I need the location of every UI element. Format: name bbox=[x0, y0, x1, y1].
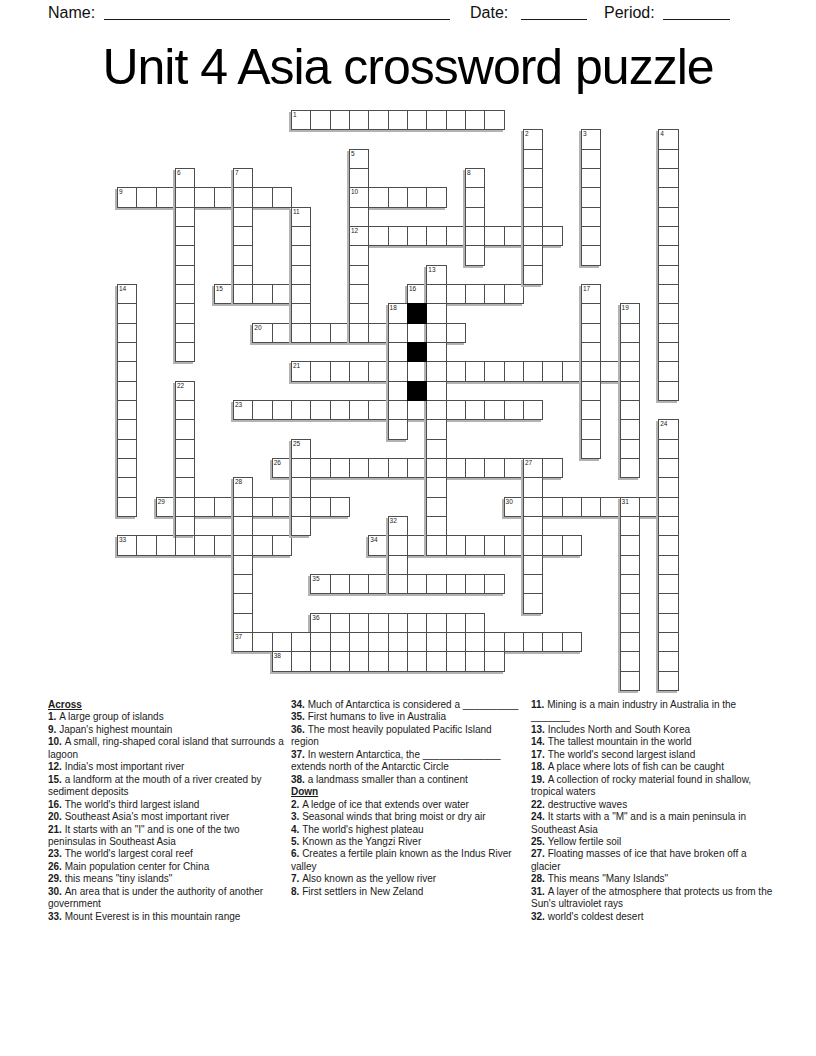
clue-2: 2. A ledge of ice that extends over wate… bbox=[291, 799, 519, 811]
grid-line bbox=[523, 535, 524, 555]
grid-line bbox=[291, 477, 311, 478]
clue-38: 38. a landmass smaller than a continent bbox=[291, 774, 519, 786]
grid-line bbox=[117, 323, 137, 324]
grid-line bbox=[368, 458, 369, 478]
grid-line bbox=[562, 361, 563, 381]
grid-line bbox=[600, 497, 601, 517]
grid-line bbox=[330, 651, 331, 671]
grid-line bbox=[407, 187, 408, 207]
grid-line bbox=[194, 535, 195, 555]
grid-line bbox=[484, 284, 485, 304]
grid-line bbox=[484, 651, 485, 671]
grid-line bbox=[117, 361, 137, 362]
grid-line bbox=[368, 361, 369, 381]
grid-line bbox=[523, 516, 543, 517]
grid-line bbox=[658, 168, 678, 169]
grid-line bbox=[658, 381, 678, 382]
grid-line bbox=[426, 516, 446, 517]
grid-line bbox=[523, 593, 543, 594]
grid-line bbox=[523, 574, 543, 575]
grid-line bbox=[330, 400, 331, 420]
grid-line bbox=[349, 226, 369, 227]
grid-line bbox=[426, 400, 446, 401]
grid-line bbox=[233, 535, 234, 555]
grid-line bbox=[523, 497, 543, 498]
grid-line bbox=[426, 400, 427, 420]
grid-line bbox=[330, 323, 331, 343]
grid-line bbox=[620, 555, 640, 556]
grid-line bbox=[620, 439, 640, 440]
grid-line bbox=[349, 265, 369, 266]
grid-line bbox=[407, 458, 408, 478]
clue-32: 32. world's coldest desert bbox=[531, 911, 774, 923]
grid-line bbox=[446, 574, 447, 594]
grid-line bbox=[523, 497, 524, 517]
grid-line bbox=[349, 651, 350, 671]
grid-line bbox=[620, 419, 640, 420]
grid-line bbox=[484, 400, 485, 420]
grid-line bbox=[349, 323, 350, 343]
grid-line bbox=[542, 497, 543, 517]
grid-line bbox=[388, 535, 389, 555]
grid-line bbox=[310, 497, 311, 517]
grid-line bbox=[117, 458, 137, 459]
black-cell bbox=[407, 381, 427, 401]
grid-line bbox=[658, 361, 678, 362]
grid-line bbox=[175, 323, 195, 324]
grid-line bbox=[658, 535, 678, 536]
grid-line bbox=[523, 265, 543, 266]
clue-21: 21. It starts with an "I" and is one of … bbox=[48, 824, 285, 849]
grid-line bbox=[388, 632, 389, 652]
clue-14: 14. The tallest mountain in the world bbox=[531, 736, 774, 748]
clue-13: 13. Includes North and South Korea bbox=[531, 724, 774, 736]
grid-line bbox=[388, 535, 408, 536]
grid-line bbox=[542, 361, 543, 381]
grid-line bbox=[562, 535, 563, 555]
grid-line bbox=[291, 303, 311, 304]
down-header: Down bbox=[291, 786, 519, 798]
grid-line bbox=[523, 632, 524, 652]
grid-line bbox=[446, 632, 447, 652]
grid-line bbox=[620, 651, 640, 652]
grid-line bbox=[504, 361, 505, 381]
grid-line bbox=[407, 323, 408, 343]
grid-line bbox=[658, 555, 678, 556]
grid-line bbox=[272, 284, 273, 304]
grid-line bbox=[252, 535, 253, 555]
grid-line bbox=[620, 342, 640, 343]
clue-8: 8. First settlers in New Zeland bbox=[291, 886, 519, 898]
grid-line bbox=[620, 458, 640, 459]
grid-line bbox=[291, 632, 292, 652]
grid-line bbox=[330, 632, 331, 652]
grid-line bbox=[117, 381, 137, 382]
grid-line bbox=[465, 226, 485, 227]
grid-line bbox=[639, 497, 640, 517]
grid-line bbox=[252, 400, 253, 420]
grid-line bbox=[291, 458, 311, 459]
clue-1: 1. A large group of islands bbox=[48, 711, 285, 723]
grid-line bbox=[117, 400, 137, 401]
grid-line bbox=[388, 400, 408, 401]
grid-line bbox=[523, 245, 543, 246]
grid-line bbox=[349, 187, 369, 188]
black-cell bbox=[407, 303, 427, 323]
grid-line bbox=[233, 516, 253, 517]
grid-line bbox=[426, 187, 427, 207]
grid-line bbox=[175, 439, 195, 440]
grid-line bbox=[388, 226, 389, 246]
grid-line bbox=[233, 226, 253, 227]
grid-line bbox=[233, 207, 253, 208]
grid-line bbox=[214, 187, 215, 207]
grid-line bbox=[349, 632, 350, 652]
word-26-across[interactable] bbox=[272, 458, 563, 478]
clue-11: 11. Mining is a main industry in Austral… bbox=[531, 699, 774, 724]
grid-line bbox=[562, 497, 563, 517]
grid-line bbox=[446, 535, 447, 555]
grid-line bbox=[349, 361, 350, 381]
clue-12: 12. India's most important river bbox=[48, 761, 285, 773]
grid-line bbox=[272, 187, 273, 207]
grid-line bbox=[368, 651, 369, 671]
grid-line bbox=[233, 265, 253, 266]
grid-line bbox=[484, 458, 485, 478]
grid-line bbox=[658, 671, 678, 672]
grid-line bbox=[658, 613, 678, 614]
grid-line bbox=[175, 226, 195, 227]
grid-line bbox=[465, 651, 466, 671]
grid-line bbox=[658, 516, 678, 517]
grid-line bbox=[233, 574, 253, 575]
grid-line bbox=[426, 342, 446, 343]
grid-line bbox=[523, 149, 543, 150]
grid-line bbox=[175, 245, 195, 246]
grid-line bbox=[368, 400, 369, 420]
grid-line bbox=[349, 458, 350, 478]
grid-line bbox=[658, 323, 678, 324]
grid-line bbox=[117, 303, 137, 304]
grid-line bbox=[310, 458, 311, 478]
grid-line bbox=[156, 535, 157, 555]
grid-line bbox=[194, 187, 195, 207]
grid-line bbox=[542, 458, 543, 478]
grid-line bbox=[426, 284, 446, 285]
grid-line bbox=[175, 187, 195, 188]
grid-line bbox=[465, 187, 485, 188]
grid-line bbox=[368, 632, 369, 652]
grid-line bbox=[175, 516, 195, 517]
grid-line bbox=[581, 419, 601, 420]
grid-line bbox=[446, 613, 447, 633]
grid-line bbox=[658, 574, 678, 575]
clue-column-down: 11. Mining is a main industry in Austral… bbox=[531, 699, 774, 923]
grid-line bbox=[504, 226, 505, 246]
grid-line bbox=[465, 400, 466, 420]
grid-line bbox=[465, 632, 466, 652]
clue-3: 3. Seasonal winds that bring moist or dr… bbox=[291, 811, 519, 823]
clue-column-across: Across1. A large group of islands9. Japa… bbox=[48, 699, 285, 923]
grid-line bbox=[620, 497, 621, 517]
grid-line bbox=[175, 458, 195, 459]
grid-line bbox=[426, 381, 446, 382]
clue-5: 5. Known as the Yangzi River bbox=[291, 836, 519, 848]
grid-line bbox=[523, 361, 524, 381]
grid-line bbox=[542, 535, 543, 555]
grid-line bbox=[426, 284, 427, 304]
grid-line bbox=[175, 497, 176, 517]
clue-30: 30. An area that is under the authority … bbox=[48, 886, 285, 911]
grid-line bbox=[388, 110, 389, 130]
grid-line bbox=[233, 497, 253, 498]
grid-line bbox=[581, 187, 601, 188]
grid-line bbox=[349, 613, 350, 633]
grid-line bbox=[426, 361, 446, 362]
grid-line bbox=[658, 284, 678, 285]
grid-line bbox=[388, 574, 408, 575]
grid-line bbox=[523, 400, 524, 420]
grid-line bbox=[600, 361, 601, 381]
word-19-down[interactable] bbox=[620, 303, 640, 478]
grid-line bbox=[484, 535, 485, 555]
grid-line bbox=[388, 574, 389, 594]
grid-line bbox=[484, 632, 485, 652]
word-9-across[interactable] bbox=[117, 187, 292, 207]
grid-line bbox=[388, 342, 408, 343]
grid-line bbox=[194, 497, 195, 517]
grid-line bbox=[523, 458, 524, 478]
grid-line bbox=[542, 632, 543, 652]
grid-line bbox=[426, 632, 427, 652]
grid-line bbox=[581, 439, 601, 440]
clue-20: 20. Southeast Asia's most important rive… bbox=[48, 811, 285, 823]
grid-line bbox=[272, 323, 273, 343]
grid-line bbox=[658, 497, 678, 498]
word-8-down[interactable] bbox=[465, 168, 485, 266]
clue-column-middle: 34. Much of Antarctica is considered a _… bbox=[291, 699, 519, 898]
clue-16: 16. The world's third largest island bbox=[48, 799, 285, 811]
grid-line bbox=[330, 458, 331, 478]
black-cell bbox=[407, 342, 427, 362]
grid-line bbox=[407, 110, 408, 130]
grid-line bbox=[368, 323, 369, 343]
clue-24: 24. It starts with a "M" and is a main p… bbox=[531, 811, 774, 836]
grid-line bbox=[117, 419, 137, 420]
grid-line bbox=[446, 458, 447, 478]
clue-22: 22. destructive waves bbox=[531, 799, 774, 811]
grid-line bbox=[388, 458, 389, 478]
grid-line bbox=[156, 187, 157, 207]
grid-line bbox=[523, 555, 543, 556]
grid-line bbox=[117, 439, 137, 440]
grid-line bbox=[349, 303, 369, 304]
grid-line bbox=[523, 187, 543, 188]
grid-line bbox=[117, 477, 137, 478]
grid-line bbox=[175, 535, 176, 555]
grid-line bbox=[620, 361, 640, 362]
grid-line bbox=[658, 439, 678, 440]
clue-23: 23. The world's largest coral reef bbox=[48, 848, 285, 860]
grid-line bbox=[291, 265, 311, 266]
grid-line bbox=[426, 419, 446, 420]
grid-line bbox=[446, 110, 447, 130]
grid-line bbox=[388, 419, 408, 420]
grid-line bbox=[291, 400, 292, 420]
grid-line bbox=[233, 284, 253, 285]
grid-line bbox=[426, 226, 427, 246]
clue-33: 33. Mount Everest is in this mountain ra… bbox=[48, 911, 285, 923]
grid-line bbox=[214, 535, 215, 555]
word-28-down[interactable] bbox=[233, 477, 253, 652]
grid-line bbox=[620, 593, 640, 594]
word-1-across[interactable] bbox=[291, 110, 505, 130]
grid-line bbox=[175, 187, 176, 207]
grid-line bbox=[233, 593, 253, 594]
grid-line bbox=[233, 187, 234, 207]
grid-line bbox=[581, 381, 601, 382]
grid-line bbox=[504, 284, 505, 304]
clue-19: 19. A collection of rocky material found… bbox=[531, 774, 774, 799]
grid-line bbox=[349, 207, 369, 208]
grid-line bbox=[465, 361, 466, 381]
grid-line bbox=[252, 632, 253, 652]
clue-37: 37. In western Antarctica, the _________… bbox=[291, 749, 519, 774]
grid-line bbox=[620, 574, 640, 575]
grid-line bbox=[484, 574, 485, 594]
grid-line bbox=[581, 226, 601, 227]
grid-line bbox=[562, 632, 563, 652]
clue-10: 10. A small, ring-shaped coral island th… bbox=[48, 736, 285, 761]
grid-line bbox=[504, 458, 505, 478]
word-25-down[interactable] bbox=[291, 439, 311, 537]
grid-line bbox=[504, 535, 505, 555]
grid-line bbox=[523, 207, 543, 208]
worksheet-page: Name: Date: Period: Unit 4 Asia crosswor… bbox=[0, 0, 816, 1056]
grid-line bbox=[465, 226, 466, 246]
grid-line bbox=[523, 477, 543, 478]
grid-line bbox=[136, 535, 137, 555]
grid-line bbox=[117, 497, 137, 498]
clue-35: 35. First humans to live in Australia bbox=[291, 711, 519, 723]
grid-line bbox=[426, 110, 427, 130]
grid-line bbox=[214, 497, 215, 517]
clue-15: 15. a landform at the mouth of a river c… bbox=[48, 774, 285, 799]
grid-line bbox=[175, 477, 195, 478]
clue-17: 17. The world's second largest island bbox=[531, 749, 774, 761]
grid-line bbox=[291, 323, 311, 324]
grid-line bbox=[175, 419, 195, 420]
grid-line bbox=[658, 245, 678, 246]
grid-line bbox=[310, 110, 311, 130]
grid-line bbox=[446, 400, 447, 420]
grid-line bbox=[407, 226, 408, 246]
grid-line bbox=[658, 342, 678, 343]
grid-line bbox=[252, 187, 253, 207]
grid-line bbox=[388, 651, 389, 671]
grid-line bbox=[620, 535, 640, 536]
grid-line bbox=[446, 651, 447, 671]
grid-line bbox=[368, 226, 369, 246]
grid-line bbox=[349, 574, 350, 594]
grid-line bbox=[407, 651, 408, 671]
grid-line bbox=[542, 226, 543, 246]
grid-line bbox=[581, 149, 601, 150]
grid-line bbox=[581, 400, 601, 401]
grid-line bbox=[310, 323, 311, 343]
word-33-across[interactable] bbox=[117, 535, 292, 555]
grid-line bbox=[620, 516, 640, 517]
grid-line bbox=[175, 265, 195, 266]
grid-line bbox=[291, 284, 311, 285]
clue-6: 6. Creates a fertile plain known as the … bbox=[291, 848, 519, 873]
grid-line bbox=[233, 632, 253, 633]
grid-line bbox=[175, 497, 195, 498]
word-13-down[interactable] bbox=[426, 265, 446, 556]
word-17-down[interactable] bbox=[581, 284, 601, 459]
grid-line bbox=[330, 110, 331, 130]
clue-9: 9. Japan's highest mountain bbox=[48, 724, 285, 736]
grid-line bbox=[233, 555, 253, 556]
clue-27: 27. Floating masses of ice that have bro… bbox=[531, 848, 774, 873]
grid-line bbox=[446, 361, 447, 381]
clue-4: 4. The world's highest plateau bbox=[291, 824, 519, 836]
grid-line bbox=[581, 303, 601, 304]
grid-line bbox=[620, 361, 621, 381]
grid-line bbox=[658, 187, 678, 188]
grid-line bbox=[272, 632, 273, 652]
grid-line bbox=[426, 323, 427, 343]
grid-line bbox=[252, 497, 253, 517]
grid-line bbox=[368, 613, 369, 633]
clue-29: 29. this means "tiny islands" bbox=[48, 873, 285, 885]
grid-line bbox=[523, 168, 543, 169]
grid-line bbox=[426, 458, 427, 478]
grid-line bbox=[388, 613, 389, 633]
grid-line bbox=[252, 284, 253, 304]
grid-line bbox=[291, 651, 292, 671]
grid-line bbox=[310, 400, 311, 420]
grid-line bbox=[349, 284, 369, 285]
grid-line bbox=[330, 497, 331, 517]
grid-line bbox=[233, 284, 234, 304]
grid-line bbox=[658, 497, 659, 517]
grid-line bbox=[233, 535, 253, 536]
grid-line bbox=[426, 477, 446, 478]
grid-line bbox=[581, 323, 601, 324]
grid-line bbox=[330, 574, 331, 594]
across-header: Across bbox=[48, 699, 285, 711]
grid-line bbox=[581, 361, 601, 362]
grid-line bbox=[658, 593, 678, 594]
grid-line bbox=[465, 245, 485, 246]
grid-line bbox=[388, 361, 408, 362]
grid-line bbox=[523, 535, 543, 536]
grid-line bbox=[272, 400, 273, 420]
grid-line bbox=[349, 245, 369, 246]
clue-25: 25. Yellow fertile soil bbox=[531, 836, 774, 848]
word-36-across[interactable] bbox=[310, 613, 485, 633]
grid-line bbox=[484, 110, 485, 130]
grid-line bbox=[407, 613, 408, 633]
grid-line bbox=[523, 226, 543, 227]
grid-line bbox=[388, 555, 408, 556]
grid-line bbox=[291, 458, 292, 478]
grid-line bbox=[233, 613, 253, 614]
grid-line bbox=[388, 400, 389, 420]
grid-line bbox=[407, 361, 408, 381]
grid-line bbox=[620, 671, 640, 672]
